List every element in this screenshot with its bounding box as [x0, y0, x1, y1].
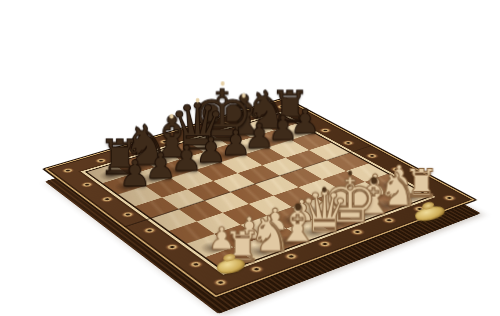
piece-black-pawn-a7[interactable]: ♟	[113, 156, 156, 192]
chessboard: ♜♞♝♛♚♝♞♜♟♟♟♟♟♟♟♟♟♟♟♟♟♟♟♟♜♞♝♛♚♝♞♜	[42, 97, 478, 299]
chess-set-photo: ♜♞♝♛♚♝♞♜♟♟♟♟♟♟♟♟♟♟♟♟♟♟♟♟♜♞♝♛♚♝♞♜	[0, 0, 500, 316]
